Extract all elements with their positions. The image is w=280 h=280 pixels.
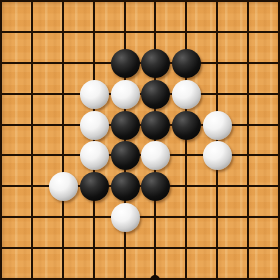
black-stone (172, 111, 201, 140)
grid-line-horizontal (0, 216, 280, 218)
black-stone (111, 141, 140, 170)
go-board[interactable] (0, 0, 280, 280)
grid-line-horizontal (0, 0, 280, 2)
black-stone (141, 80, 170, 109)
grid-line-vertical (278, 0, 280, 280)
star-point (150, 275, 160, 280)
black-stone (80, 172, 109, 201)
white-stone (49, 172, 78, 201)
black-stone (172, 49, 201, 78)
white-stone (111, 203, 140, 232)
black-stone (141, 49, 170, 78)
white-stone (141, 141, 170, 170)
grid-line-vertical (0, 0, 2, 280)
black-stone (111, 111, 140, 140)
white-stone (203, 111, 232, 140)
white-stone (80, 80, 109, 109)
grid-line-vertical (185, 0, 187, 280)
white-stone (111, 80, 140, 109)
black-stone (141, 172, 170, 201)
grid-line-horizontal (0, 247, 280, 249)
white-stone (172, 80, 201, 109)
black-stone (141, 111, 170, 140)
grid-line-vertical (247, 0, 249, 280)
black-stone (111, 172, 140, 201)
grid-line-vertical (31, 0, 33, 280)
grid-line-horizontal (0, 31, 280, 33)
white-stone (80, 141, 109, 170)
black-stone (111, 49, 140, 78)
white-stone (203, 141, 232, 170)
white-stone (80, 111, 109, 140)
grid-line-vertical (62, 0, 64, 280)
